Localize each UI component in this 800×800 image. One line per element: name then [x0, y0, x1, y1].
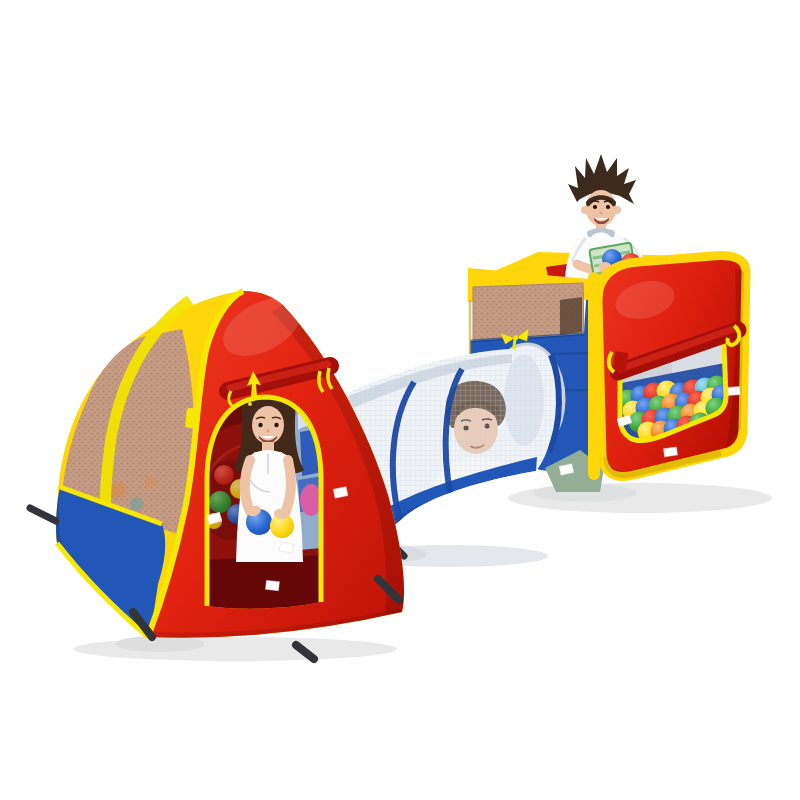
- product-photo: [0, 0, 800, 800]
- cube-front-panel: [598, 256, 746, 479]
- play-tent-set-illustration: [0, 0, 800, 800]
- pyramid-tent: [30, 286, 404, 659]
